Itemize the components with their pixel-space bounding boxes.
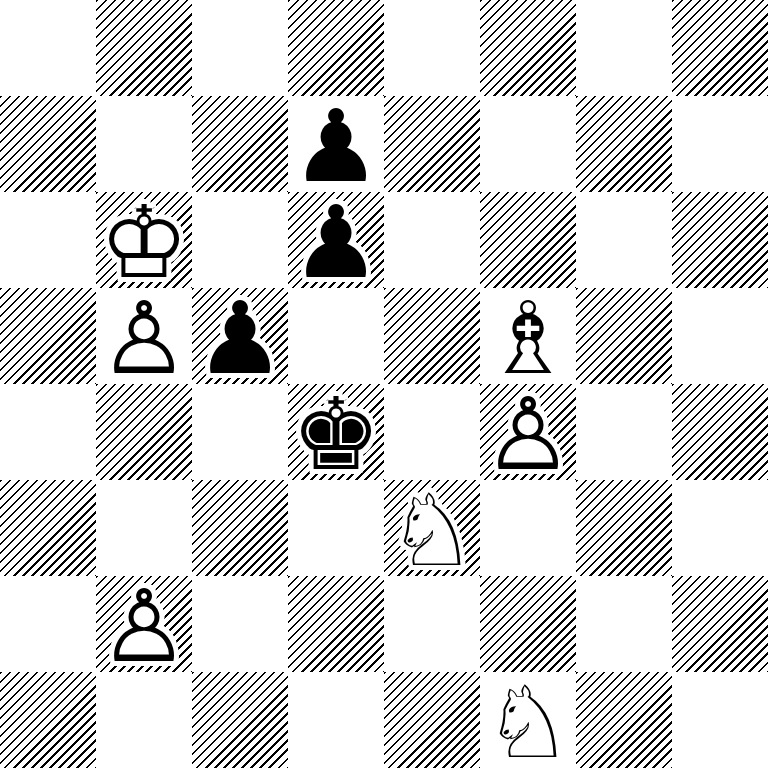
square-h8[interactable] (672, 0, 768, 96)
square-d1[interactable] (288, 672, 384, 768)
square-d6[interactable]: ♟♟ (288, 192, 384, 288)
square-e7[interactable] (384, 96, 480, 192)
square-g4[interactable] (576, 384, 672, 480)
square-d3[interactable] (288, 480, 384, 576)
square-c4[interactable] (192, 384, 288, 480)
piece-white-king: ♔ (96, 195, 192, 291)
piece-black-pawn: ♟ (288, 195, 384, 291)
square-a2[interactable] (0, 576, 96, 672)
square-e6[interactable] (384, 192, 480, 288)
piece-halo: ♚ (288, 387, 384, 483)
square-g5[interactable] (576, 288, 672, 384)
square-e2[interactable] (384, 576, 480, 672)
square-g1[interactable] (576, 672, 672, 768)
square-h5[interactable] (672, 288, 768, 384)
piece-black-king: ♚ (288, 387, 384, 483)
square-e4[interactable] (384, 384, 480, 480)
piece-halo: ♝ (480, 291, 576, 387)
piece-black-pawn: ♟ (288, 99, 384, 195)
square-b3[interactable] (96, 480, 192, 576)
piece-halo: ♚ (96, 195, 192, 291)
square-a1[interactable] (0, 672, 96, 768)
piece-white-pawn: ♙ (96, 579, 192, 675)
square-b1[interactable] (96, 672, 192, 768)
square-h1[interactable] (672, 672, 768, 768)
square-f5[interactable]: ♝♗ (480, 288, 576, 384)
square-h4[interactable] (672, 384, 768, 480)
square-f4[interactable]: ♟♙ (480, 384, 576, 480)
square-c7[interactable] (192, 96, 288, 192)
square-g8[interactable] (576, 0, 672, 96)
square-f3[interactable] (480, 480, 576, 576)
square-a8[interactable] (0, 0, 96, 96)
square-e3[interactable]: ♞♘ (384, 480, 480, 576)
piece-halo: ♟ (288, 99, 384, 195)
piece-white-bishop: ♗ (480, 291, 576, 387)
square-b6[interactable]: ♚♔ (96, 192, 192, 288)
square-f8[interactable] (480, 0, 576, 96)
chessboard: ♟♟♚♔♟♟♟♙♟♟♝♗♚♚♟♙♞♘♟♙♞♘ (0, 0, 768, 768)
square-d5[interactable] (288, 288, 384, 384)
square-c8[interactable] (192, 0, 288, 96)
square-c2[interactable] (192, 576, 288, 672)
piece-white-pawn: ♙ (480, 387, 576, 483)
piece-white-pawn: ♙ (96, 291, 192, 387)
piece-halo: ♟ (288, 195, 384, 291)
square-d8[interactable] (288, 0, 384, 96)
square-b8[interactable] (96, 0, 192, 96)
square-d7[interactable]: ♟♟ (288, 96, 384, 192)
square-f2[interactable] (480, 576, 576, 672)
square-e1[interactable] (384, 672, 480, 768)
piece-halo: ♟ (96, 579, 192, 675)
square-a3[interactable] (0, 480, 96, 576)
square-c1[interactable] (192, 672, 288, 768)
square-h6[interactable] (672, 192, 768, 288)
piece-halo: ♟ (192, 291, 288, 387)
piece-halo: ♟ (480, 387, 576, 483)
piece-white-knight: ♘ (384, 483, 480, 579)
square-b4[interactable] (96, 384, 192, 480)
piece-halo: ♞ (384, 483, 480, 579)
square-e5[interactable] (384, 288, 480, 384)
square-h7[interactable] (672, 96, 768, 192)
square-a4[interactable] (0, 384, 96, 480)
square-c5[interactable]: ♟♟ (192, 288, 288, 384)
square-f7[interactable] (480, 96, 576, 192)
square-c6[interactable] (192, 192, 288, 288)
piece-white-knight: ♘ (480, 675, 576, 768)
square-g6[interactable] (576, 192, 672, 288)
square-e8[interactable] (384, 0, 480, 96)
square-a5[interactable] (0, 288, 96, 384)
chess-board-grid: ♟♟♚♔♟♟♟♙♟♟♝♗♚♚♟♙♞♘♟♙♞♘ (0, 0, 768, 768)
square-b5[interactable]: ♟♙ (96, 288, 192, 384)
square-d2[interactable] (288, 576, 384, 672)
square-a7[interactable] (0, 96, 96, 192)
square-g2[interactable] (576, 576, 672, 672)
square-a6[interactable] (0, 192, 96, 288)
square-g7[interactable] (576, 96, 672, 192)
piece-black-pawn: ♟ (192, 291, 288, 387)
piece-halo: ♟ (96, 291, 192, 387)
square-g3[interactable] (576, 480, 672, 576)
square-h3[interactable] (672, 480, 768, 576)
square-d4[interactable]: ♚♚ (288, 384, 384, 480)
square-f6[interactable] (480, 192, 576, 288)
square-f1[interactable]: ♞♘ (480, 672, 576, 768)
square-b2[interactable]: ♟♙ (96, 576, 192, 672)
piece-halo: ♞ (480, 675, 576, 768)
square-b7[interactable] (96, 96, 192, 192)
square-c3[interactable] (192, 480, 288, 576)
square-h2[interactable] (672, 576, 768, 672)
